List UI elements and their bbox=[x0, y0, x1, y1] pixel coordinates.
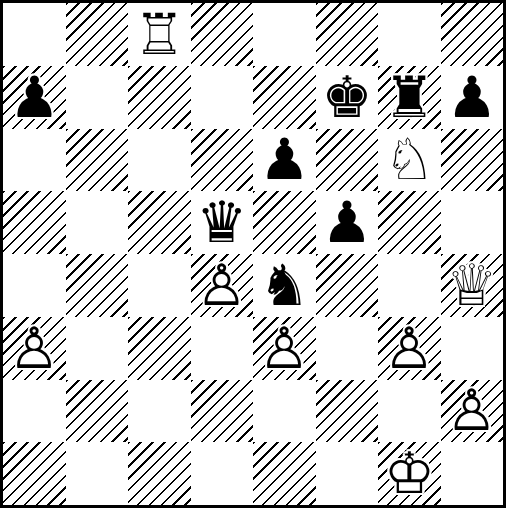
square-d1 bbox=[191, 442, 254, 505]
square-b3 bbox=[66, 317, 129, 380]
square-a4 bbox=[3, 254, 66, 317]
square-f5: ♟ bbox=[316, 191, 379, 254]
square-h1 bbox=[441, 442, 504, 505]
square-c5 bbox=[128, 191, 191, 254]
square-g5 bbox=[378, 191, 441, 254]
square-d4: ♟♙ bbox=[191, 254, 254, 317]
square-a6 bbox=[3, 129, 66, 192]
square-e6: ♟ bbox=[253, 129, 316, 192]
piece-white-rook: ♖ bbox=[128, 3, 191, 66]
piece-white-knight: ♘ bbox=[378, 129, 441, 192]
square-h7: ♟ bbox=[441, 66, 504, 129]
square-b6 bbox=[66, 129, 129, 192]
square-c7 bbox=[128, 66, 191, 129]
square-g7: ♜ bbox=[378, 66, 441, 129]
piece-black-pawn: ♟ bbox=[3, 66, 66, 129]
piece-white-pawn: ♙ bbox=[441, 380, 504, 443]
square-f4 bbox=[316, 254, 379, 317]
piece-white-pawn-fill: ♟ bbox=[253, 317, 316, 380]
piece-white-king: ♔ bbox=[378, 442, 441, 505]
square-d7 bbox=[191, 66, 254, 129]
square-e2 bbox=[253, 380, 316, 443]
square-f1 bbox=[316, 442, 379, 505]
piece-black-knight: ♞ bbox=[253, 254, 316, 317]
square-f2 bbox=[316, 380, 379, 443]
square-a5 bbox=[3, 191, 66, 254]
square-e8 bbox=[253, 3, 316, 66]
square-a3: ♟♙ bbox=[3, 317, 66, 380]
piece-black-pawn: ♟ bbox=[253, 129, 316, 192]
square-c1 bbox=[128, 442, 191, 505]
square-b5 bbox=[66, 191, 129, 254]
square-d5: ♛ bbox=[191, 191, 254, 254]
square-h2: ♟♙ bbox=[441, 380, 504, 443]
square-f3 bbox=[316, 317, 379, 380]
square-a8 bbox=[3, 3, 66, 66]
square-d2 bbox=[191, 380, 254, 443]
square-c2 bbox=[128, 380, 191, 443]
square-b4 bbox=[66, 254, 129, 317]
square-b2 bbox=[66, 380, 129, 443]
square-c6 bbox=[128, 129, 191, 192]
piece-black-pawn: ♟ bbox=[316, 191, 379, 254]
square-e4: ♞ bbox=[253, 254, 316, 317]
square-g6: ♞♘ bbox=[378, 129, 441, 192]
piece-white-queen-fill: ♛ bbox=[441, 254, 504, 317]
square-e7 bbox=[253, 66, 316, 129]
square-h4: ♛♕ bbox=[441, 254, 504, 317]
square-a7: ♟ bbox=[3, 66, 66, 129]
piece-white-pawn-fill: ♟ bbox=[191, 254, 254, 317]
square-d8 bbox=[191, 3, 254, 66]
square-f6 bbox=[316, 129, 379, 192]
square-h3 bbox=[441, 317, 504, 380]
piece-white-knight-fill: ♞ bbox=[378, 129, 441, 192]
piece-white-rook-fill: ♜ bbox=[128, 3, 191, 66]
piece-white-pawn: ♙ bbox=[378, 317, 441, 380]
square-e5 bbox=[253, 191, 316, 254]
square-f7: ♚ bbox=[316, 66, 379, 129]
piece-white-pawn: ♙ bbox=[253, 317, 316, 380]
square-c3 bbox=[128, 317, 191, 380]
piece-white-queen: ♕ bbox=[441, 254, 504, 317]
square-b7 bbox=[66, 66, 129, 129]
square-h8 bbox=[441, 3, 504, 66]
square-b8 bbox=[66, 3, 129, 66]
square-b1 bbox=[66, 442, 129, 505]
piece-black-rook: ♜ bbox=[378, 66, 441, 129]
piece-white-pawn-fill: ♟ bbox=[3, 317, 66, 380]
square-c4 bbox=[128, 254, 191, 317]
square-g2 bbox=[378, 380, 441, 443]
square-e1 bbox=[253, 442, 316, 505]
chess-board: ♜♖♟♚♜♟♟♞♘♛♟♟♙♞♛♕♟♙♟♙♟♙♟♙♚♔ bbox=[0, 0, 506, 508]
square-g4 bbox=[378, 254, 441, 317]
piece-black-king: ♚ bbox=[316, 66, 379, 129]
piece-white-king-fill: ♚ bbox=[378, 442, 441, 505]
square-c8: ♜♖ bbox=[128, 3, 191, 66]
square-f8 bbox=[316, 3, 379, 66]
square-g8 bbox=[378, 3, 441, 66]
piece-white-pawn-fill: ♟ bbox=[378, 317, 441, 380]
square-h6 bbox=[441, 129, 504, 192]
square-g1: ♚♔ bbox=[378, 442, 441, 505]
square-e3: ♟♙ bbox=[253, 317, 316, 380]
square-g3: ♟♙ bbox=[378, 317, 441, 380]
square-d6 bbox=[191, 129, 254, 192]
square-a2 bbox=[3, 380, 66, 443]
piece-white-pawn: ♙ bbox=[191, 254, 254, 317]
square-h5 bbox=[441, 191, 504, 254]
square-a1 bbox=[3, 442, 66, 505]
piece-white-pawn: ♙ bbox=[3, 317, 66, 380]
piece-black-pawn: ♟ bbox=[441, 66, 504, 129]
piece-white-pawn-fill: ♟ bbox=[441, 380, 504, 443]
square-d3 bbox=[191, 317, 254, 380]
piece-black-queen: ♛ bbox=[191, 191, 254, 254]
